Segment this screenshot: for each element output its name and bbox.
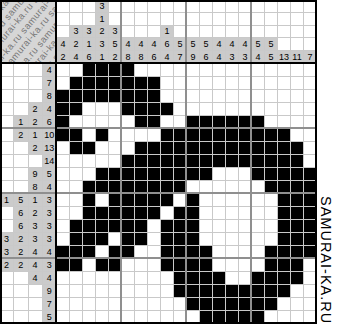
board-cell-r6-c1[interactable] <box>57 129 70 142</box>
board-cell-r11-c16[interactable] <box>252 194 265 207</box>
board-cell-r2-c11[interactable] <box>187 77 200 90</box>
board-cell-r9-c14[interactable] <box>226 168 239 181</box>
board-cell-r11-c2[interactable] <box>70 194 83 207</box>
board-cell-r8-c11[interactable] <box>187 155 200 168</box>
board-cell-r8-c2[interactable] <box>70 155 83 168</box>
board-cell-r15-c11[interactable] <box>187 246 200 259</box>
board-cell-r18-c12[interactable] <box>200 285 213 298</box>
board-cell-r10-c3[interactable] <box>83 181 96 194</box>
board-cell-r16-c18[interactable] <box>278 259 291 272</box>
board-cell-r10-c15[interactable] <box>239 181 252 194</box>
board-cell-r4-c4[interactable] <box>96 103 109 116</box>
board-cell-r1-c8[interactable] <box>148 64 161 77</box>
board-cell-r4-c18[interactable] <box>278 103 291 116</box>
board-cell-r20-c14[interactable] <box>226 311 239 324</box>
board-cell-r2-c16[interactable] <box>252 77 265 90</box>
board-cell-r15-c20[interactable] <box>304 246 317 259</box>
board-cell-r17-c16[interactable] <box>252 272 265 285</box>
board-cell-r13-c7[interactable] <box>135 220 148 233</box>
board-cell-r10-c18[interactable] <box>278 181 291 194</box>
board-cell-r19-c15[interactable] <box>239 298 252 311</box>
board-cell-r16-c6[interactable] <box>122 259 135 272</box>
board-cell-r18-c16[interactable] <box>252 285 265 298</box>
board-cell-r9-c10[interactable] <box>174 168 187 181</box>
board-cell-r7-c12[interactable] <box>200 142 213 155</box>
board-cell-r11-c13[interactable] <box>213 194 226 207</box>
board-cell-r4-c13[interactable] <box>213 103 226 116</box>
board-cell-r4-c10[interactable] <box>174 103 187 116</box>
board-cell-r18-c10[interactable] <box>174 285 187 298</box>
board-cell-r10-c7[interactable] <box>135 181 148 194</box>
board-cell-r10-c2[interactable] <box>70 181 83 194</box>
board-cell-r14-c8[interactable] <box>148 233 161 246</box>
board-cell-r17-c1[interactable] <box>57 272 70 285</box>
board-cell-r8-c7[interactable] <box>135 155 148 168</box>
board-cell-r7-c9[interactable] <box>161 142 174 155</box>
board-cell-r15-c3[interactable] <box>83 246 96 259</box>
board-cell-r8-c3[interactable] <box>83 155 96 168</box>
board-cell-r1-c2[interactable] <box>70 64 83 77</box>
board-cell-r16-c11[interactable] <box>187 259 200 272</box>
board-cell-r12-c14[interactable] <box>226 207 239 220</box>
board-cell-r13-c17[interactable] <box>265 220 278 233</box>
board-cell-r19-c17[interactable] <box>265 298 278 311</box>
board-cell-r15-c9[interactable] <box>161 246 174 259</box>
board-cell-r2-c5[interactable] <box>109 77 122 90</box>
board-cell-r15-c4[interactable] <box>96 246 109 259</box>
board-cell-r20-c10[interactable] <box>174 311 187 324</box>
board-cell-r9-c17[interactable] <box>265 168 278 181</box>
board-cell-r2-c7[interactable] <box>135 77 148 90</box>
board-cell-r13-c3[interactable] <box>83 220 96 233</box>
board-cell-r20-c5[interactable] <box>109 311 122 324</box>
board-cell-r17-c3[interactable] <box>83 272 96 285</box>
board-cell-r14-c2[interactable] <box>70 233 83 246</box>
board-cell-r5-c2[interactable] <box>70 116 83 129</box>
board-cell-r1-c15[interactable] <box>239 64 252 77</box>
board-cell-r14-c12[interactable] <box>200 233 213 246</box>
board-cell-r5-c9[interactable] <box>161 116 174 129</box>
board-cell-r15-c10[interactable] <box>174 246 187 259</box>
board-cell-r9-c2[interactable] <box>70 168 83 181</box>
board-cell-r7-c14[interactable] <box>226 142 239 155</box>
board-cell-r12-c19[interactable] <box>291 207 304 220</box>
board-cell-r3-c10[interactable] <box>174 90 187 103</box>
board-cell-r13-c15[interactable] <box>239 220 252 233</box>
board-cell-r1-c1[interactable] <box>57 64 70 77</box>
board-cell-r5-c17[interactable] <box>265 116 278 129</box>
board-cell-r4-c19[interactable] <box>291 103 304 116</box>
board-cell-r6-c10[interactable] <box>174 129 187 142</box>
board-cell-r1-c13[interactable] <box>213 64 226 77</box>
board-cell-r11-c14[interactable] <box>226 194 239 207</box>
board-cell-r6-c13[interactable] <box>213 129 226 142</box>
board-cell-r18-c11[interactable] <box>187 285 200 298</box>
board-cell-r20-c12[interactable] <box>200 311 213 324</box>
board-cell-r10-c8[interactable] <box>148 181 161 194</box>
board-cell-r4-c9[interactable] <box>161 103 174 116</box>
board-cell-r14-c3[interactable] <box>83 233 96 246</box>
board-cell-r6-c15[interactable] <box>239 129 252 142</box>
board-cell-r6-c6[interactable] <box>122 129 135 142</box>
board-cell-r16-c15[interactable] <box>239 259 252 272</box>
board-cell-r8-c16[interactable] <box>252 155 265 168</box>
board-cell-r7-c15[interactable] <box>239 142 252 155</box>
board-cell-r16-c17[interactable] <box>265 259 278 272</box>
board-cell-r10-c6[interactable] <box>122 181 135 194</box>
board-cell-r14-c11[interactable] <box>187 233 200 246</box>
board-cell-r10-c20[interactable] <box>304 181 317 194</box>
board-cell-r12-c15[interactable] <box>239 207 252 220</box>
board-cell-r8-c5[interactable] <box>109 155 122 168</box>
board-cell-r5-c3[interactable] <box>83 116 96 129</box>
board-cell-r9-c8[interactable] <box>148 168 161 181</box>
board-cell-r15-c2[interactable] <box>70 246 83 259</box>
board-cell-r13-c9[interactable] <box>161 220 174 233</box>
board-cell-r19-c10[interactable] <box>174 298 187 311</box>
board-cell-r17-c19[interactable] <box>291 272 304 285</box>
board-cell-r17-c7[interactable] <box>135 272 148 285</box>
board-cell-r13-c19[interactable] <box>291 220 304 233</box>
board-cell-r3-c18[interactable] <box>278 90 291 103</box>
board-cell-r1-c14[interactable] <box>226 64 239 77</box>
board-cell-r4-c8[interactable] <box>148 103 161 116</box>
board-cell-r3-c8[interactable] <box>148 90 161 103</box>
board-cell-r2-c12[interactable] <box>200 77 213 90</box>
board-cell-r3-c2[interactable] <box>70 90 83 103</box>
board-cell-r10-c13[interactable] <box>213 181 226 194</box>
board-cell-r8-c4[interactable] <box>96 155 109 168</box>
board-cell-r17-c17[interactable] <box>265 272 278 285</box>
board-cell-r20-c19[interactable] <box>291 311 304 324</box>
board-cell-r18-c19[interactable] <box>291 285 304 298</box>
board-cell-r6-c20[interactable] <box>304 129 317 142</box>
board-cell-r20-c20[interactable] <box>304 311 317 324</box>
board-cell-r9-c19[interactable] <box>291 168 304 181</box>
board-cell-r6-c4[interactable] <box>96 129 109 142</box>
board-cell-r16-c1[interactable] <box>57 259 70 272</box>
board-cell-r1-c7[interactable] <box>135 64 148 77</box>
board-cell-r19-c7[interactable] <box>135 298 148 311</box>
board-cell-r20-c7[interactable] <box>135 311 148 324</box>
board-cell-r5-c18[interactable] <box>278 116 291 129</box>
board-cell-r2-c10[interactable] <box>174 77 187 90</box>
board-cell-r16-c16[interactable] <box>252 259 265 272</box>
board-cell-r8-c18[interactable] <box>278 155 291 168</box>
board-cell-r12-c5[interactable] <box>109 207 122 220</box>
board-cell-r8-c8[interactable] <box>148 155 161 168</box>
board-cell-r8-c13[interactable] <box>213 155 226 168</box>
board-cell-r20-c2[interactable] <box>70 311 83 324</box>
board-cell-r8-c10[interactable] <box>174 155 187 168</box>
board-cell-r2-c20[interactable] <box>304 77 317 90</box>
board-cell-r17-c9[interactable] <box>161 272 174 285</box>
board-cell-r11-c7[interactable] <box>135 194 148 207</box>
board-cell-r11-c10[interactable] <box>174 194 187 207</box>
board-cell-r2-c6[interactable] <box>122 77 135 90</box>
board-cell-r20-c18[interactable] <box>278 311 291 324</box>
board-cell-r2-c13[interactable] <box>213 77 226 90</box>
board-cell-r17-c12[interactable] <box>200 272 213 285</box>
board-cell-r2-c9[interactable] <box>161 77 174 90</box>
board-cell-r6-c5[interactable] <box>109 129 122 142</box>
board-cell-r12-c16[interactable] <box>252 207 265 220</box>
board-cell-r12-c2[interactable] <box>70 207 83 220</box>
board-cell-r9-c5[interactable] <box>109 168 122 181</box>
board-cell-r12-c6[interactable] <box>122 207 135 220</box>
board-cell-r20-c6[interactable] <box>122 311 135 324</box>
board-cell-r20-c11[interactable] <box>187 311 200 324</box>
board-cell-r12-c12[interactable] <box>200 207 213 220</box>
board-cell-r13-c20[interactable] <box>304 220 317 233</box>
board-cell-r11-c18[interactable] <box>278 194 291 207</box>
board-cell-r8-c20[interactable] <box>304 155 317 168</box>
board-cell-r20-c9[interactable] <box>161 311 174 324</box>
board-cell-r18-c15[interactable] <box>239 285 252 298</box>
board-cell-r7-c10[interactable] <box>174 142 187 155</box>
board-cell-r20-c16[interactable] <box>252 311 265 324</box>
board-cell-r9-c7[interactable] <box>135 168 148 181</box>
board-cell-r14-c17[interactable] <box>265 233 278 246</box>
board-cell-r9-c9[interactable] <box>161 168 174 181</box>
board-cell-r9-c13[interactable] <box>213 168 226 181</box>
board-cell-r9-c12[interactable] <box>200 168 213 181</box>
board-cell-r3-c7[interactable] <box>135 90 148 103</box>
board-cell-r2-c4[interactable] <box>96 77 109 90</box>
board-cell-r1-c4[interactable] <box>96 64 109 77</box>
board-cell-r7-c4[interactable] <box>96 142 109 155</box>
board-cell-r14-c1[interactable] <box>57 233 70 246</box>
board-cell-r6-c9[interactable] <box>161 129 174 142</box>
board-cell-r9-c6[interactable] <box>122 168 135 181</box>
board-cell-r1-c9[interactable] <box>161 64 174 77</box>
board-cell-r6-c7[interactable] <box>135 129 148 142</box>
board-cell-r14-c20[interactable] <box>304 233 317 246</box>
board-cell-r17-c4[interactable] <box>96 272 109 285</box>
board-cell-r17-c20[interactable] <box>304 272 317 285</box>
board-cell-r18-c4[interactable] <box>96 285 109 298</box>
board-cell-r11-c19[interactable] <box>291 194 304 207</box>
board-cell-r17-c2[interactable] <box>70 272 83 285</box>
board-cell-r17-c18[interactable] <box>278 272 291 285</box>
board-cell-r2-c18[interactable] <box>278 77 291 90</box>
board-cell-r3-c6[interactable] <box>122 90 135 103</box>
board-cell-r12-c11[interactable] <box>187 207 200 220</box>
board-cell-r10-c1[interactable] <box>57 181 70 194</box>
board-cell-r19-c18[interactable] <box>278 298 291 311</box>
board-cell-r3-c11[interactable] <box>187 90 200 103</box>
board-cell-r9-c1[interactable] <box>57 168 70 181</box>
board-cell-r19-c1[interactable] <box>57 298 70 311</box>
board-cell-r1-c19[interactable] <box>291 64 304 77</box>
board-cell-r1-c20[interactable] <box>304 64 317 77</box>
board-cell-r2-c14[interactable] <box>226 77 239 90</box>
board-cell-r11-c11[interactable] <box>187 194 200 207</box>
board-cell-r19-c4[interactable] <box>96 298 109 311</box>
board-cell-r9-c11[interactable] <box>187 168 200 181</box>
board-cell-r13-c18[interactable] <box>278 220 291 233</box>
board-cell-r11-c1[interactable] <box>57 194 70 207</box>
board-cell-r14-c7[interactable] <box>135 233 148 246</box>
board-cell-r14-c9[interactable] <box>161 233 174 246</box>
board-cell-r10-c14[interactable] <box>226 181 239 194</box>
board-cell-r13-c10[interactable] <box>174 220 187 233</box>
board-cell-r4-c7[interactable] <box>135 103 148 116</box>
board-cell-r5-c13[interactable] <box>213 116 226 129</box>
board-cell-r16-c12[interactable] <box>200 259 213 272</box>
board-cell-r6-c18[interactable] <box>278 129 291 142</box>
board-cell-r13-c4[interactable] <box>96 220 109 233</box>
board-cell-r6-c12[interactable] <box>200 129 213 142</box>
board-cell-r15-c8[interactable] <box>148 246 161 259</box>
board-cell-r4-c20[interactable] <box>304 103 317 116</box>
board-cell-r3-c1[interactable] <box>57 90 70 103</box>
board-cell-r19-c9[interactable] <box>161 298 174 311</box>
board-cell-r13-c14[interactable] <box>226 220 239 233</box>
board-cell-r3-c15[interactable] <box>239 90 252 103</box>
board-cell-r7-c20[interactable] <box>304 142 317 155</box>
board-cell-r11-c3[interactable] <box>83 194 96 207</box>
board-cell-r9-c18[interactable] <box>278 168 291 181</box>
board-cell-r14-c15[interactable] <box>239 233 252 246</box>
board-cell-r15-c15[interactable] <box>239 246 252 259</box>
board-cell-r13-c1[interactable] <box>57 220 70 233</box>
board-cell-r18-c2[interactable] <box>70 285 83 298</box>
board-cell-r11-c4[interactable] <box>96 194 109 207</box>
board-cell-r7-c6[interactable] <box>122 142 135 155</box>
board-cell-r17-c11[interactable] <box>187 272 200 285</box>
board-cell-r7-c5[interactable] <box>109 142 122 155</box>
board-cell-r20-c13[interactable] <box>213 311 226 324</box>
board-cell-r5-c15[interactable] <box>239 116 252 129</box>
board-cell-r8-c9[interactable] <box>161 155 174 168</box>
board-cell-r2-c15[interactable] <box>239 77 252 90</box>
board-cell-r8-c17[interactable] <box>265 155 278 168</box>
board-cell-r14-c18[interactable] <box>278 233 291 246</box>
board-cell-r7-c13[interactable] <box>213 142 226 155</box>
board-cell-r17-c15[interactable] <box>239 272 252 285</box>
board-cell-r19-c19[interactable] <box>291 298 304 311</box>
board-cell-r9-c16[interactable] <box>252 168 265 181</box>
board-cell-r1-c16[interactable] <box>252 64 265 77</box>
board-cell-r6-c16[interactable] <box>252 129 265 142</box>
board-cell-r8-c1[interactable] <box>57 155 70 168</box>
board-cell-r2-c19[interactable] <box>291 77 304 90</box>
board-cell-r17-c13[interactable] <box>213 272 226 285</box>
board-cell-r12-c17[interactable] <box>265 207 278 220</box>
board-cell-r1-c11[interactable] <box>187 64 200 77</box>
board-cell-r19-c8[interactable] <box>148 298 161 311</box>
board-cell-r8-c14[interactable] <box>226 155 239 168</box>
board-cell-r7-c19[interactable] <box>291 142 304 155</box>
board-cell-r19-c2[interactable] <box>70 298 83 311</box>
board-cell-r18-c9[interactable] <box>161 285 174 298</box>
board-cell-r4-c5[interactable] <box>109 103 122 116</box>
board-cell-r11-c20[interactable] <box>304 194 317 207</box>
board-cell-r10-c10[interactable] <box>174 181 187 194</box>
board-cell-r14-c5[interactable] <box>109 233 122 246</box>
board-cell-r16-c7[interactable] <box>135 259 148 272</box>
board-cell-r7-c1[interactable] <box>57 142 70 155</box>
board-cell-r15-c18[interactable] <box>278 246 291 259</box>
board-cell-r13-c11[interactable] <box>187 220 200 233</box>
board-cell-r12-c18[interactable] <box>278 207 291 220</box>
board-cell-r14-c6[interactable] <box>122 233 135 246</box>
board-cell-r7-c18[interactable] <box>278 142 291 155</box>
board-cell-r16-c13[interactable] <box>213 259 226 272</box>
board-cell-r12-c7[interactable] <box>135 207 148 220</box>
board-cell-r15-c13[interactable] <box>213 246 226 259</box>
board-cell-r5-c1[interactable] <box>57 116 70 129</box>
board-cell-r13-c5[interactable] <box>109 220 122 233</box>
board-cell-r13-c8[interactable] <box>148 220 161 233</box>
board-cell-r3-c12[interactable] <box>200 90 213 103</box>
board-cell-r3-c13[interactable] <box>213 90 226 103</box>
board-cell-r3-c4[interactable] <box>96 90 109 103</box>
board-cell-r2-c2[interactable] <box>70 77 83 90</box>
board-cell-r16-c20[interactable] <box>304 259 317 272</box>
board-cell-r18-c7[interactable] <box>135 285 148 298</box>
board-cell-r3-c19[interactable] <box>291 90 304 103</box>
board-cell-r5-c7[interactable] <box>135 116 148 129</box>
board-cell-r15-c16[interactable] <box>252 246 265 259</box>
board-cell-r16-c2[interactable] <box>70 259 83 272</box>
board-cell-r10-c19[interactable] <box>291 181 304 194</box>
board-cell-r2-c8[interactable] <box>148 77 161 90</box>
board-cell-r10-c4[interactable] <box>96 181 109 194</box>
board-cell-r7-c16[interactable] <box>252 142 265 155</box>
board-cell-r12-c4[interactable] <box>96 207 109 220</box>
board-cell-r3-c16[interactable] <box>252 90 265 103</box>
board-cell-r1-c17[interactable] <box>265 64 278 77</box>
board-cell-r20-c8[interactable] <box>148 311 161 324</box>
board-cell-r9-c4[interactable] <box>96 168 109 181</box>
board-cell-r15-c7[interactable] <box>135 246 148 259</box>
board-cell-r12-c13[interactable] <box>213 207 226 220</box>
board-cell-r11-c12[interactable] <box>200 194 213 207</box>
board-cell-r4-c1[interactable] <box>57 103 70 116</box>
board-cell-r2-c17[interactable] <box>265 77 278 90</box>
board-cell-r10-c16[interactable] <box>252 181 265 194</box>
board-cell-r4-c14[interactable] <box>226 103 239 116</box>
board-cell-r8-c15[interactable] <box>239 155 252 168</box>
board-cell-r18-c13[interactable] <box>213 285 226 298</box>
board-cell-r17-c14[interactable] <box>226 272 239 285</box>
board-cell-r18-c14[interactable] <box>226 285 239 298</box>
board-cell-r20-c15[interactable] <box>239 311 252 324</box>
board-cell-r7-c8[interactable] <box>148 142 161 155</box>
board-cell-r9-c15[interactable] <box>239 168 252 181</box>
board-cell-r13-c2[interactable] <box>70 220 83 233</box>
board-cell-r5-c5[interactable] <box>109 116 122 129</box>
board-cell-r16-c10[interactable] <box>174 259 187 272</box>
board-cell-r20-c3[interactable] <box>83 311 96 324</box>
board-cell-r16-c9[interactable] <box>161 259 174 272</box>
board-cell-r3-c5[interactable] <box>109 90 122 103</box>
board-cell-r7-c3[interactable] <box>83 142 96 155</box>
board-cell-r15-c12[interactable] <box>200 246 213 259</box>
board-cell-r16-c3[interactable] <box>83 259 96 272</box>
board-cell-r16-c8[interactable] <box>148 259 161 272</box>
board-cell-r18-c18[interactable] <box>278 285 291 298</box>
board-cell-r12-c10[interactable] <box>174 207 187 220</box>
board-cell-r15-c17[interactable] <box>265 246 278 259</box>
board-cell-r19-c3[interactable] <box>83 298 96 311</box>
board-cell-r18-c8[interactable] <box>148 285 161 298</box>
board-cell-r16-c4[interactable] <box>96 259 109 272</box>
board-cell-r10-c5[interactable] <box>109 181 122 194</box>
board-cell-r4-c6[interactable] <box>122 103 135 116</box>
